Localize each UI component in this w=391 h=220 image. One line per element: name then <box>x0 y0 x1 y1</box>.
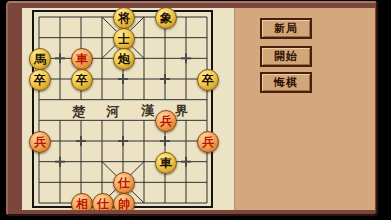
start-button[interactable]: 開始 <box>260 46 312 67</box>
piece-black-general[interactable]: 将 <box>113 8 135 29</box>
piece-black-elephant[interactable]: 象 <box>155 8 177 29</box>
piece-black-soldier[interactable]: 卒 <box>71 69 93 91</box>
point-marker <box>55 157 65 167</box>
piece-red-general[interactable]: 帥 <box>113 193 135 210</box>
xiangqi-board[interactable]: 楚 河 漢 界 将象士馬車炮卒卒卒兵兵兵車仕相仕帥 <box>22 8 234 210</box>
piece-black-chariot[interactable]: 車 <box>155 152 177 174</box>
new-game-button[interactable]: 新局 <box>260 18 312 39</box>
piece-black-soldier[interactable]: 卒 <box>197 69 219 91</box>
piece-red-soldier[interactable]: 兵 <box>29 131 51 153</box>
control-panel: 新局 開始 悔棋 <box>234 8 375 210</box>
point-marker <box>55 53 65 63</box>
point-marker <box>118 74 128 84</box>
point-marker <box>160 74 170 84</box>
point-marker <box>181 53 191 63</box>
piece-red-elephant[interactable]: 相 <box>71 193 93 210</box>
piece-red-soldier[interactable]: 兵 <box>197 131 219 153</box>
piece-red-advisor[interactable]: 仕 <box>92 193 114 210</box>
point-marker <box>118 136 128 146</box>
point-marker <box>160 136 170 146</box>
piece-black-advisor[interactable]: 士 <box>113 28 135 50</box>
piece-black-soldier[interactable]: 卒 <box>29 69 51 91</box>
undo-button[interactable]: 悔棋 <box>260 72 312 93</box>
point-marker <box>181 157 191 167</box>
app-window: 楚 河 漢 界 将象士馬車炮卒卒卒兵兵兵車仕相仕帥 新局 開始 悔棋 <box>0 0 391 220</box>
point-marker <box>76 136 86 146</box>
river-label-left: 楚 河 <box>72 103 128 121</box>
